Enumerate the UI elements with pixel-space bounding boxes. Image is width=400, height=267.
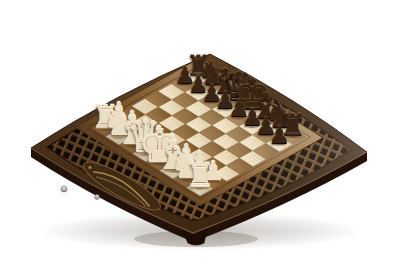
pieces-layer: ♜♞♝♛♚♝♞♜♟♟♟♟♟♟♟♟♟♟♟♟♟♟♟♟♜♞♝♛♚♝♞♜ [0, 0, 400, 267]
chess-set-photo: ♜♞♝♛♚♝♞♜♟♟♟♟♟♟♟♟♟♟♟♟♟♟♟♟♜♞♝♛♚♝♞♜ [0, 0, 400, 267]
piece-white-rook: ♜ [185, 159, 215, 193]
piece-black-pawn: ♟ [269, 122, 291, 146]
